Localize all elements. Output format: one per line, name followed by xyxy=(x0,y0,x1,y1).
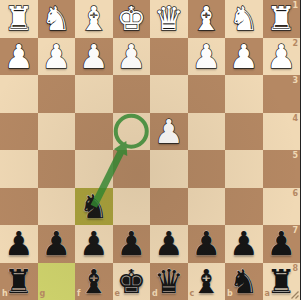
square-f1[interactable]: ♝ xyxy=(75,0,113,38)
square-h4[interactable] xyxy=(0,113,38,151)
white-queen-d1[interactable]: ♛ xyxy=(154,0,184,38)
square-d5[interactable] xyxy=(150,150,188,188)
square-d8[interactable]: ♛d xyxy=(150,263,188,300)
square-b1[interactable]: ♞ xyxy=(225,0,263,38)
square-b8[interactable]: ♞b xyxy=(225,263,263,300)
square-g6[interactable] xyxy=(38,188,76,226)
square-g1[interactable]: ♞ xyxy=(38,0,76,38)
square-h1[interactable]: ♜ xyxy=(0,0,38,38)
rank-label-4: 4 xyxy=(292,115,298,123)
square-a6[interactable]: 6 xyxy=(263,188,301,226)
square-b5[interactable] xyxy=(225,150,263,188)
square-b7[interactable]: ♟ xyxy=(225,225,263,263)
white-pawn-h2[interactable]: ♟ xyxy=(4,38,34,76)
white-pawn-b2[interactable]: ♟ xyxy=(229,38,259,76)
white-pawn-g2[interactable]: ♟ xyxy=(41,38,71,76)
black-knight-f6[interactable]: ♞ xyxy=(79,188,109,226)
square-h3[interactable] xyxy=(0,75,38,113)
black-pawn-c7[interactable]: ♟ xyxy=(191,225,221,263)
white-king-e1[interactable]: ♚ xyxy=(116,0,146,38)
square-f4[interactable] xyxy=(75,113,113,151)
white-pawn-f2[interactable]: ♟ xyxy=(79,38,109,76)
file-label-g: g xyxy=(40,290,46,298)
square-c2[interactable]: ♟ xyxy=(188,38,226,76)
black-queen-d8[interactable]: ♛ xyxy=(154,263,184,300)
square-e5[interactable] xyxy=(113,150,151,188)
white-rook-a1[interactable]: ♜ xyxy=(266,0,296,38)
square-g2[interactable]: ♟ xyxy=(38,38,76,76)
white-rook-h1[interactable]: ♜ xyxy=(4,0,34,38)
square-d2[interactable] xyxy=(150,38,188,76)
square-d7[interactable]: ♟ xyxy=(150,225,188,263)
square-f6[interactable]: ♞ xyxy=(75,188,113,226)
square-c3[interactable] xyxy=(188,75,226,113)
square-f2[interactable]: ♟ xyxy=(75,38,113,76)
white-knight-b1[interactable]: ♞ xyxy=(229,0,259,38)
square-e4[interactable] xyxy=(113,113,151,151)
square-h8[interactable]: ♜h xyxy=(0,263,38,300)
board-squares-grid: ♜♞♝♚♛♝♞♜1♟♟♟♟♟♟♟23♟45♞6♟♟♟♟♟♟♟♟7♜hg♝f♚e♛… xyxy=(0,0,300,300)
rank-label-5: 5 xyxy=(292,152,298,160)
square-e8[interactable]: ♚e xyxy=(113,263,151,300)
square-g7[interactable]: ♟ xyxy=(38,225,76,263)
square-c7[interactable]: ♟ xyxy=(188,225,226,263)
square-g8[interactable]: g xyxy=(38,263,76,300)
square-d6[interactable] xyxy=(150,188,188,226)
square-e6[interactable] xyxy=(113,188,151,226)
square-e3[interactable] xyxy=(113,75,151,113)
square-g5[interactable] xyxy=(38,150,76,188)
square-h6[interactable] xyxy=(0,188,38,226)
square-a1[interactable]: ♜1 xyxy=(263,0,301,38)
black-pawn-h7[interactable]: ♟ xyxy=(4,225,34,263)
square-e2[interactable]: ♟ xyxy=(113,38,151,76)
rank-label-3: 3 xyxy=(292,77,298,85)
black-pawn-e7[interactable]: ♟ xyxy=(116,225,146,263)
square-c1[interactable]: ♝ xyxy=(188,0,226,38)
square-g4[interactable] xyxy=(38,113,76,151)
white-knight-g1[interactable]: ♞ xyxy=(41,0,71,38)
square-a5[interactable]: 5 xyxy=(263,150,301,188)
black-pawn-g7[interactable]: ♟ xyxy=(41,225,71,263)
square-f3[interactable] xyxy=(75,75,113,113)
black-bishop-f8[interactable]: ♝ xyxy=(79,263,109,300)
white-bishop-f1[interactable]: ♝ xyxy=(79,0,109,38)
black-knight-b8[interactable]: ♞ xyxy=(229,263,259,300)
square-a3[interactable]: 3 xyxy=(263,75,301,113)
square-c5[interactable] xyxy=(188,150,226,188)
board-resize-handle[interactable] xyxy=(289,289,299,299)
square-c8[interactable]: ♝c xyxy=(188,263,226,300)
white-pawn-d4[interactable]: ♟ xyxy=(154,113,184,151)
black-pawn-d7[interactable]: ♟ xyxy=(154,225,184,263)
square-g3[interactable] xyxy=(38,75,76,113)
square-a7[interactable]: ♟7 xyxy=(263,225,301,263)
black-pawn-b7[interactable]: ♟ xyxy=(229,225,259,263)
square-d3[interactable] xyxy=(150,75,188,113)
square-c4[interactable] xyxy=(188,113,226,151)
square-h5[interactable] xyxy=(0,150,38,188)
square-b2[interactable]: ♟ xyxy=(225,38,263,76)
square-h7[interactable]: ♟ xyxy=(0,225,38,263)
black-king-e8[interactable]: ♚ xyxy=(116,263,146,300)
chess-board[interactable]: ♜♞♝♚♛♝♞♜1♟♟♟♟♟♟♟23♟45♞6♟♟♟♟♟♟♟♟7♜hg♝f♚e♛… xyxy=(0,0,300,300)
black-pawn-a7[interactable]: ♟ xyxy=(266,225,296,263)
black-pawn-f7[interactable]: ♟ xyxy=(79,225,109,263)
square-f8[interactable]: ♝f xyxy=(75,263,113,300)
square-f5[interactable] xyxy=(75,150,113,188)
square-h2[interactable]: ♟ xyxy=(0,38,38,76)
square-a2[interactable]: ♟2 xyxy=(263,38,301,76)
square-e7[interactable]: ♟ xyxy=(113,225,151,263)
square-c6[interactable] xyxy=(188,188,226,226)
white-pawn-a2[interactable]: ♟ xyxy=(266,38,296,76)
square-d4[interactable]: ♟ xyxy=(150,113,188,151)
black-rook-h8[interactable]: ♜ xyxy=(4,263,34,300)
square-b4[interactable] xyxy=(225,113,263,151)
black-bishop-c8[interactable]: ♝ xyxy=(191,263,221,300)
white-pawn-e2[interactable]: ♟ xyxy=(116,38,146,76)
white-bishop-c1[interactable]: ♝ xyxy=(191,0,221,38)
square-f7[interactable]: ♟ xyxy=(75,225,113,263)
square-b6[interactable] xyxy=(225,188,263,226)
white-pawn-c2[interactable]: ♟ xyxy=(191,38,221,76)
rank-label-6: 6 xyxy=(292,190,298,198)
square-d1[interactable]: ♛ xyxy=(150,0,188,38)
square-e1[interactable]: ♚ xyxy=(113,0,151,38)
square-b3[interactable] xyxy=(225,75,263,113)
square-a4[interactable]: 4 xyxy=(263,113,301,151)
